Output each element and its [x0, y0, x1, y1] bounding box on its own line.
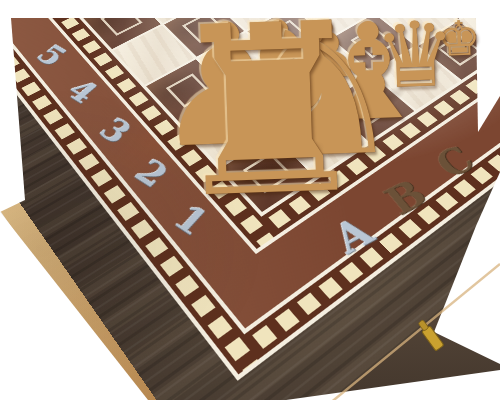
photo-margin-top [0, 0, 500, 18]
photo-crop-masks [0, 0, 500, 400]
photo-margin-bottom-right [286, 370, 500, 400]
photo-margin-top-right [476, 18, 500, 132]
photo-margin-left [0, 18, 25, 212]
photo-margin-right [434, 172, 500, 364]
photo-margin-bottom-left [0, 212, 148, 400]
product-photo: 12345ABC ♜♞♝♛♚♟♟♟ [0, 0, 500, 400]
